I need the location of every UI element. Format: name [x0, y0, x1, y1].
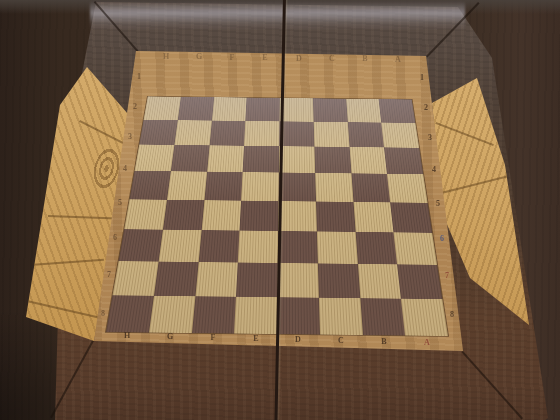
file-label-bottom-d: D [295, 336, 301, 344]
square-f5[interactable] [201, 200, 241, 230]
file-label-top-a: A [395, 56, 401, 64]
square-a6[interactable] [394, 232, 437, 265]
square-d6[interactable] [278, 231, 318, 264]
square-c4[interactable] [315, 173, 353, 202]
file-label-top-c: C [329, 55, 335, 63]
square-e5[interactable] [240, 200, 279, 230]
square-a5[interactable] [390, 202, 432, 232]
square-d4[interactable] [279, 173, 316, 202]
square-a7[interactable] [397, 264, 442, 299]
veneer-seam [30, 259, 104, 266]
file-label-top-b: B [362, 55, 367, 63]
square-g3[interactable] [171, 145, 210, 172]
square-f6[interactable] [198, 230, 240, 262]
square-c8[interactable] [319, 298, 363, 335]
square-f8[interactable] [192, 296, 237, 333]
square-f4[interactable] [204, 172, 243, 201]
rank-label-left-8: 8 [101, 310, 105, 318]
square-a2[interactable] [381, 123, 419, 148]
square-a3[interactable] [384, 148, 423, 175]
square-a1[interactable] [379, 99, 416, 123]
file-label-bottom-a: A [424, 339, 430, 347]
square-f2[interactable] [209, 121, 245, 146]
square-d1[interactable] [279, 98, 313, 122]
square-g8[interactable] [149, 296, 195, 333]
veneer-seam [441, 175, 511, 194]
rank-label-right-3: 3 [428, 134, 432, 142]
square-a8[interactable] [401, 299, 448, 336]
square-h8[interactable] [106, 295, 154, 332]
square-g1[interactable] [178, 97, 214, 121]
rank-label-left-3: 3 [128, 133, 132, 141]
square-b8[interactable] [360, 298, 405, 335]
square-d2[interactable] [279, 121, 314, 146]
file-label-bottom-f: F [211, 334, 216, 342]
rank-label-right-6: 6 [440, 235, 444, 243]
file-label-bottom-b: B [381, 338, 386, 346]
table-surface: HHGGFFEEDDCCBBAA1122334455667788 [0, 0, 560, 420]
square-g2[interactable] [174, 120, 211, 145]
rank-label-left-2: 2 [133, 103, 137, 111]
square-h1[interactable] [144, 96, 181, 120]
rank-label-left-5: 5 [118, 199, 122, 207]
square-g7[interactable] [154, 261, 198, 296]
square-d5[interactable] [278, 201, 316, 231]
square-c2[interactable] [313, 122, 349, 147]
square-c3[interactable] [314, 147, 351, 174]
square-h2[interactable] [139, 120, 177, 145]
rank-label-left-4: 4 [123, 165, 127, 173]
rank-label-left-6: 6 [113, 234, 117, 242]
rank-label-right-1: 1 [420, 74, 424, 82]
file-label-bottom-h: H [124, 332, 130, 340]
square-a4[interactable] [387, 174, 427, 203]
file-label-bottom-c: C [338, 337, 344, 345]
square-g5[interactable] [163, 200, 204, 230]
square-f3[interactable] [207, 145, 244, 172]
square-g4[interactable] [167, 171, 207, 200]
file-label-bottom-e: E [253, 335, 258, 343]
square-e1[interactable] [246, 98, 280, 122]
square-h4[interactable] [130, 171, 171, 199]
rank-label-right-4: 4 [432, 166, 436, 174]
square-c5[interactable] [316, 201, 355, 231]
square-e4[interactable] [241, 172, 279, 201]
square-e2[interactable] [244, 121, 279, 146]
file-label-top-d: D [296, 55, 302, 63]
square-f1[interactable] [212, 97, 247, 121]
square-b3[interactable] [349, 147, 387, 174]
square-d3[interactable] [279, 146, 315, 173]
file-label-bottom-g: G [167, 333, 173, 341]
square-e3[interactable] [243, 146, 279, 173]
file-label-top-g: G [196, 53, 202, 61]
square-b2[interactable] [347, 122, 384, 147]
square-h3[interactable] [135, 145, 175, 172]
square-b4[interactable] [351, 174, 390, 203]
file-label-top-f: F [230, 54, 235, 62]
square-d8[interactable] [277, 297, 320, 334]
square-c7[interactable] [318, 263, 360, 298]
rank-label-right-5: 5 [436, 200, 440, 208]
square-h7[interactable] [113, 261, 159, 296]
square-e6[interactable] [238, 230, 278, 262]
square-g6[interactable] [158, 229, 201, 261]
square-c6[interactable] [317, 231, 358, 264]
file-label-top-e: E [262, 54, 267, 62]
square-b6[interactable] [355, 232, 397, 265]
square-b5[interactable] [353, 202, 394, 232]
rank-label-left-7: 7 [107, 271, 111, 279]
square-d7[interactable] [277, 263, 318, 298]
square-e8[interactable] [234, 297, 277, 334]
square-f7[interactable] [195, 262, 238, 297]
square-e7[interactable] [236, 262, 278, 297]
veneer-seam [27, 300, 102, 319]
square-b7[interactable] [357, 264, 401, 299]
rank-label-right-2: 2 [424, 104, 428, 112]
square-h6[interactable] [119, 229, 163, 261]
square-c1[interactable] [313, 98, 348, 122]
square-h5[interactable] [124, 199, 167, 229]
rank-label-right-7: 7 [445, 272, 449, 280]
file-label-top-h: H [163, 53, 169, 61]
rank-label-left-1: 1 [137, 73, 141, 81]
rank-label-right-8: 8 [450, 311, 454, 319]
square-b1[interactable] [346, 99, 382, 123]
